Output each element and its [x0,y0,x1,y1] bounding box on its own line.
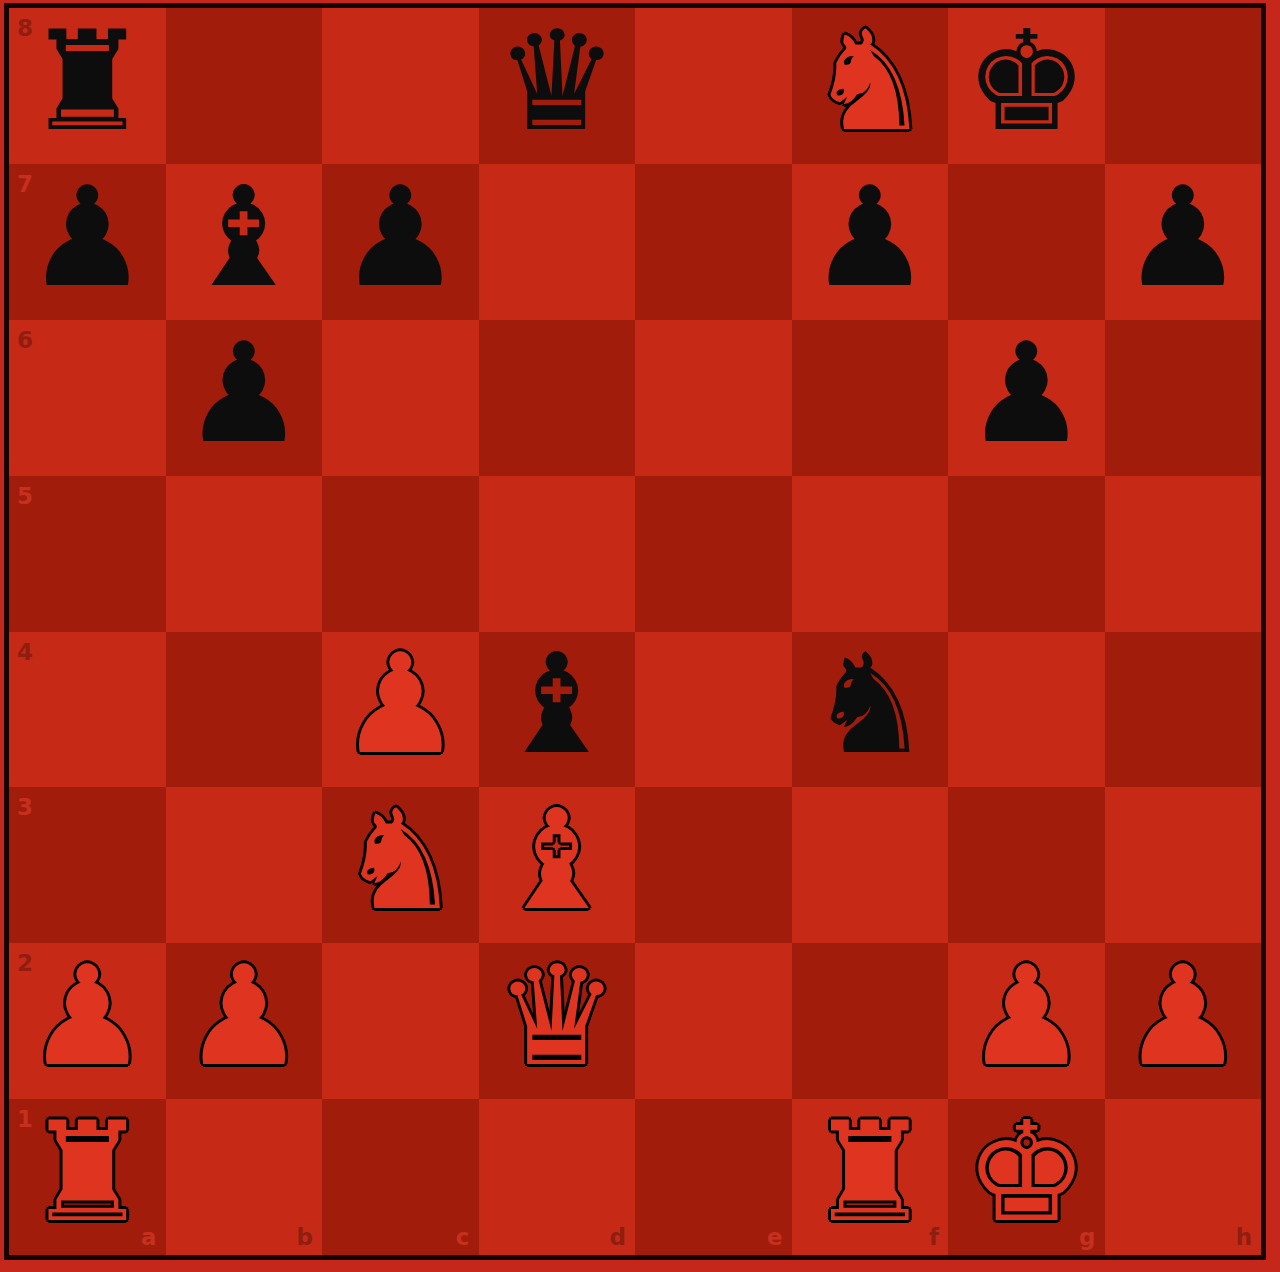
piece-black-pawn[interactable]: ♟ [808,169,932,307]
square-h7[interactable]: ♟ [1105,164,1262,320]
piece-black-pawn[interactable]: ♟ [182,325,306,463]
file-label-d: d [610,1226,626,1249]
square-a7[interactable]: ♟7 [9,164,166,320]
square-g5[interactable] [948,476,1105,632]
rank-label-2: 2 [17,952,33,975]
square-b6[interactable]: ♟ [166,320,323,476]
file-label-e: e [767,1226,783,1249]
square-g3[interactable] [948,787,1105,943]
square-d4[interactable]: ♝ [479,632,636,788]
square-f5[interactable] [792,476,949,632]
square-f4[interactable]: ♞ [792,632,949,788]
square-d3[interactable]: ♝ [479,787,636,943]
square-c1[interactable]: c [322,1099,479,1255]
square-f3[interactable] [792,787,949,943]
piece-white-pawn[interactable]: ♟ [338,636,462,774]
piece-white-king[interactable]: ♚ [964,1104,1088,1242]
piece-black-pawn[interactable]: ♟ [1121,169,1245,307]
square-a5[interactable]: 5 [9,476,166,632]
square-b5[interactable] [166,476,323,632]
rank-label-1: 1 [17,1108,33,1131]
piece-black-queen[interactable]: ♛ [495,13,619,151]
square-f2[interactable] [792,943,949,1099]
file-label-h: h [1236,1226,1252,1249]
piece-black-pawn[interactable]: ♟ [964,325,1088,463]
piece-black-pawn[interactable]: ♟ [25,169,149,307]
piece-black-knight[interactable]: ♞ [808,636,932,774]
square-g4[interactable] [948,632,1105,788]
board-frame: ♜8♛♞♚♟7♝♟♟♟6♟♟54♟♝♞3♞♝♟2♟♛♟♟♜1abcde♜f♚gh [4,3,1266,1260]
rank-label-3: 3 [17,796,33,819]
square-h4[interactable] [1105,632,1262,788]
rank-label-6: 6 [17,329,33,352]
square-d6[interactable] [479,320,636,476]
piece-black-rook[interactable]: ♜ [25,13,149,151]
square-c3[interactable]: ♞ [322,787,479,943]
square-a2[interactable]: ♟2 [9,943,166,1099]
rank-label-5: 5 [17,485,33,508]
rank-label-8: 8 [17,17,33,40]
square-e8[interactable] [635,8,792,164]
piece-black-pawn[interactable]: ♟ [338,169,462,307]
square-a4[interactable]: 4 [9,632,166,788]
rank-label-7: 7 [17,173,33,196]
square-e3[interactable] [635,787,792,943]
square-d2[interactable]: ♛ [479,943,636,1099]
square-d1[interactable]: d [479,1099,636,1255]
square-h2[interactable]: ♟ [1105,943,1262,1099]
square-b2[interactable]: ♟ [166,943,323,1099]
piece-white-pawn[interactable]: ♟ [1121,948,1245,1086]
square-g2[interactable]: ♟ [948,943,1105,1099]
piece-white-pawn[interactable]: ♟ [182,948,306,1086]
square-e7[interactable] [635,164,792,320]
square-b4[interactable] [166,632,323,788]
square-b8[interactable] [166,8,323,164]
square-h5[interactable] [1105,476,1262,632]
square-a3[interactable]: 3 [9,787,166,943]
square-c2[interactable] [322,943,479,1099]
square-a8[interactable]: ♜8 [9,8,166,164]
square-c8[interactable] [322,8,479,164]
square-b7[interactable]: ♝ [166,164,323,320]
square-a1[interactable]: ♜1a [9,1099,166,1255]
square-e5[interactable] [635,476,792,632]
piece-white-knight[interactable]: ♞ [808,13,932,151]
square-e1[interactable]: e [635,1099,792,1255]
square-h1[interactable]: h [1105,1099,1262,1255]
file-label-b: b [297,1226,313,1249]
square-d7[interactable] [479,164,636,320]
piece-white-knight[interactable]: ♞ [338,792,462,930]
chess-board: ♜8♛♞♚♟7♝♟♟♟6♟♟54♟♝♞3♞♝♟2♟♛♟♟♜1abcde♜f♚gh [9,8,1261,1255]
piece-white-bishop[interactable]: ♝ [495,792,619,930]
square-f1[interactable]: ♜f [792,1099,949,1255]
square-a6[interactable]: 6 [9,320,166,476]
piece-black-bishop[interactable]: ♝ [495,636,619,774]
square-f8[interactable]: ♞ [792,8,949,164]
square-d5[interactable] [479,476,636,632]
square-g8[interactable]: ♚ [948,8,1105,164]
piece-white-rook[interactable]: ♜ [808,1104,932,1242]
rank-label-4: 4 [17,641,33,664]
file-label-f: f [929,1226,939,1249]
square-h8[interactable] [1105,8,1262,164]
square-d8[interactable]: ♛ [479,8,636,164]
square-e4[interactable] [635,632,792,788]
square-f6[interactable] [792,320,949,476]
square-c6[interactable] [322,320,479,476]
square-g7[interactable] [948,164,1105,320]
square-c4[interactable]: ♟ [322,632,479,788]
square-e6[interactable] [635,320,792,476]
square-c7[interactable]: ♟ [322,164,479,320]
square-e2[interactable] [635,943,792,1099]
square-f7[interactable]: ♟ [792,164,949,320]
square-b3[interactable] [166,787,323,943]
square-h3[interactable] [1105,787,1262,943]
square-c5[interactable] [322,476,479,632]
square-b1[interactable]: b [166,1099,323,1255]
piece-white-pawn[interactable]: ♟ [964,948,1088,1086]
piece-white-pawn[interactable]: ♟ [25,948,149,1086]
square-h6[interactable] [1105,320,1262,476]
square-g6[interactable]: ♟ [948,320,1105,476]
file-label-a: a [141,1226,157,1249]
piece-white-rook[interactable]: ♜ [25,1104,149,1242]
square-g1[interactable]: ♚g [948,1099,1105,1255]
piece-white-queen[interactable]: ♛ [495,948,619,1086]
piece-black-king[interactable]: ♚ [964,13,1088,151]
piece-black-bishop[interactable]: ♝ [182,169,306,307]
file-label-c: c [456,1226,470,1249]
file-label-g: g [1079,1226,1095,1249]
